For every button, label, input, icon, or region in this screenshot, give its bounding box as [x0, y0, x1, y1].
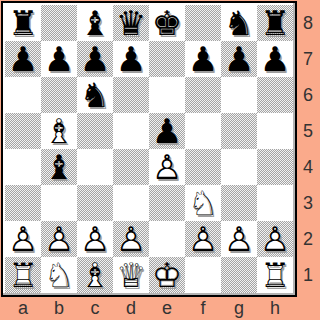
file-label-f: f	[185, 296, 221, 320]
square-e2[interactable]	[149, 221, 185, 257]
square-b1[interactable]: ♞︎♘︎	[41, 257, 77, 293]
piece-black-queen[interactable]: ♛︎	[113, 5, 149, 41]
piece-fill-glyph: ♟︎	[149, 149, 185, 185]
rank-label-2: 2	[297, 221, 319, 257]
square-h4[interactable]	[257, 149, 293, 185]
piece-white-knight[interactable]: ♞︎♘︎	[185, 185, 221, 221]
piece-glyph: ♟︎	[77, 41, 113, 77]
square-e8[interactable]: ♚︎	[149, 5, 185, 41]
square-a6[interactable]	[5, 77, 41, 113]
square-f5[interactable]	[185, 113, 221, 149]
piece-glyph: ♟︎	[113, 41, 149, 77]
piece-white-pawn[interactable]: ♟︎♙︎	[41, 221, 77, 257]
piece-black-pawn[interactable]: ♟︎	[5, 41, 41, 77]
piece-outline-glyph: ♗︎	[41, 113, 77, 149]
piece-outline-glyph: ♗︎	[77, 257, 113, 293]
piece-fill-glyph: ♟︎	[185, 221, 221, 257]
file-label-a: a	[5, 296, 41, 320]
square-c8[interactable]: ♝︎	[77, 5, 113, 41]
piece-black-pawn[interactable]: ♟︎	[113, 41, 149, 77]
square-f2[interactable]: ♟︎♙︎	[185, 221, 221, 257]
piece-outline-glyph: ♙︎	[149, 149, 185, 185]
file-label-g: g	[221, 296, 257, 320]
piece-black-rook[interactable]: ♜︎	[257, 5, 293, 41]
piece-black-bishop[interactable]: ♝︎	[41, 149, 77, 185]
square-g6[interactable]	[221, 77, 257, 113]
piece-glyph: ♚︎	[149, 5, 185, 41]
piece-white-queen[interactable]: ♛︎♕︎	[113, 257, 149, 293]
square-h5[interactable]	[257, 113, 293, 149]
piece-fill-glyph: ♜︎	[257, 257, 293, 293]
square-g1[interactable]	[221, 257, 257, 293]
piece-black-king[interactable]: ♚︎	[149, 5, 185, 41]
square-d5[interactable]	[113, 113, 149, 149]
square-h7[interactable]: ♟︎	[257, 41, 293, 77]
square-g2[interactable]: ♟︎♙︎	[221, 221, 257, 257]
square-c2[interactable]: ♟︎♙︎	[77, 221, 113, 257]
square-b3[interactable]	[41, 185, 77, 221]
square-h8[interactable]: ♜︎	[257, 5, 293, 41]
piece-black-pawn[interactable]: ♟︎	[221, 41, 257, 77]
square-d6[interactable]	[113, 77, 149, 113]
square-g3[interactable]	[221, 185, 257, 221]
piece-white-rook[interactable]: ♜︎♖︎	[5, 257, 41, 293]
piece-fill-glyph: ♞︎	[185, 185, 221, 221]
square-d3[interactable]	[113, 185, 149, 221]
piece-outline-glyph: ♙︎	[221, 221, 257, 257]
file-label-e: e	[149, 296, 185, 320]
piece-outline-glyph: ♙︎	[185, 221, 221, 257]
rank-label-7: 7	[297, 41, 319, 77]
piece-fill-glyph: ♚︎	[149, 257, 185, 293]
square-a3[interactable]	[5, 185, 41, 221]
square-f1[interactable]	[185, 257, 221, 293]
rank-label-1: 1	[297, 257, 319, 293]
square-b2[interactable]: ♟︎♙︎	[41, 221, 77, 257]
piece-glyph: ♟︎	[41, 41, 77, 77]
square-e1[interactable]: ♚︎♔︎	[149, 257, 185, 293]
piece-glyph: ♟︎	[5, 41, 41, 77]
file-labels: abcdefgh	[5, 296, 293, 320]
piece-fill-glyph: ♟︎	[41, 221, 77, 257]
square-d2[interactable]: ♟︎♙︎	[113, 221, 149, 257]
rank-labels: 87654321	[297, 5, 319, 293]
file-label-c: c	[77, 296, 113, 320]
piece-white-rook[interactable]: ♜︎♖︎	[257, 257, 293, 293]
piece-glyph: ♛︎	[113, 5, 149, 41]
piece-glyph: ♞︎	[221, 5, 257, 41]
square-a1[interactable]: ♜︎♖︎	[5, 257, 41, 293]
piece-outline-glyph: ♙︎	[41, 221, 77, 257]
piece-black-pawn[interactable]: ♟︎	[149, 113, 185, 149]
square-e6[interactable]	[149, 77, 185, 113]
file-label-h: h	[257, 296, 293, 320]
square-f6[interactable]	[185, 77, 221, 113]
piece-fill-glyph: ♛︎	[113, 257, 149, 293]
square-c4[interactable]	[77, 149, 113, 185]
square-e4[interactable]: ♟︎♙︎	[149, 149, 185, 185]
piece-white-pawn[interactable]: ♟︎♙︎	[185, 221, 221, 257]
piece-fill-glyph: ♝︎	[41, 113, 77, 149]
piece-white-pawn[interactable]: ♟︎♙︎	[149, 149, 185, 185]
piece-outline-glyph: ♖︎	[5, 257, 41, 293]
square-g8[interactable]: ♞︎	[221, 5, 257, 41]
square-c3[interactable]	[77, 185, 113, 221]
rank-label-3: 3	[297, 185, 319, 221]
piece-glyph: ♟︎	[257, 41, 293, 77]
piece-glyph: ♝︎	[41, 149, 77, 185]
piece-fill-glyph: ♜︎	[5, 257, 41, 293]
square-a2[interactable]: ♟︎♙︎	[5, 221, 41, 257]
square-a8[interactable]: ♜︎	[5, 5, 41, 41]
square-f8[interactable]	[185, 5, 221, 41]
square-h3[interactable]	[257, 185, 293, 221]
square-c6[interactable]: ♞︎	[77, 77, 113, 113]
piece-black-knight[interactable]: ♞︎	[77, 77, 113, 113]
square-f4[interactable]	[185, 149, 221, 185]
square-d8[interactable]: ♛︎	[113, 5, 149, 41]
piece-fill-glyph: ♟︎	[5, 221, 41, 257]
square-d4[interactable]	[113, 149, 149, 185]
piece-white-pawn[interactable]: ♟︎♙︎	[221, 221, 257, 257]
piece-black-pawn[interactable]: ♟︎	[185, 41, 221, 77]
square-d7[interactable]: ♟︎	[113, 41, 149, 77]
piece-black-pawn[interactable]: ♟︎	[41, 41, 77, 77]
piece-glyph: ♟︎	[149, 113, 185, 149]
piece-white-king[interactable]: ♚︎♔︎	[149, 257, 185, 293]
piece-glyph: ♝︎	[77, 5, 113, 41]
piece-white-pawn[interactable]: ♟︎♙︎	[113, 221, 149, 257]
square-b7[interactable]: ♟︎	[41, 41, 77, 77]
piece-outline-glyph: ♖︎	[257, 257, 293, 293]
piece-outline-glyph: ♙︎	[113, 221, 149, 257]
square-c7[interactable]: ♟︎	[77, 41, 113, 77]
square-e7[interactable]	[149, 41, 185, 77]
piece-fill-glyph: ♟︎	[77, 221, 113, 257]
square-b8[interactable]	[41, 5, 77, 41]
piece-glyph: ♞︎	[77, 77, 113, 113]
piece-outline-glyph: ♕︎	[113, 257, 149, 293]
piece-outline-glyph: ♙︎	[5, 221, 41, 257]
square-d1[interactable]: ♛︎♕︎	[113, 257, 149, 293]
square-c1[interactable]: ♝︎♗︎	[77, 257, 113, 293]
square-f7[interactable]: ♟︎	[185, 41, 221, 77]
piece-fill-glyph: ♟︎	[113, 221, 149, 257]
piece-white-pawn[interactable]: ♟︎♙︎	[257, 221, 293, 257]
piece-glyph: ♟︎	[185, 41, 221, 77]
piece-white-pawn[interactable]: ♟︎♙︎	[5, 221, 41, 257]
piece-white-bishop[interactable]: ♝︎♗︎	[77, 257, 113, 293]
square-g5[interactable]	[221, 113, 257, 149]
rank-label-5: 5	[297, 113, 319, 149]
square-c5[interactable]	[77, 113, 113, 149]
piece-outline-glyph: ♔︎	[149, 257, 185, 293]
file-label-b: b	[41, 296, 77, 320]
piece-fill-glyph: ♝︎	[77, 257, 113, 293]
piece-black-knight[interactable]: ♞︎	[221, 5, 257, 41]
rank-label-6: 6	[297, 77, 319, 113]
piece-black-pawn[interactable]: ♟︎	[257, 41, 293, 77]
piece-outline-glyph: ♘︎	[41, 257, 77, 293]
piece-fill-glyph: ♟︎	[257, 221, 293, 257]
piece-outline-glyph: ♙︎	[257, 221, 293, 257]
square-a4[interactable]	[5, 149, 41, 185]
square-e3[interactable]	[149, 185, 185, 221]
piece-outline-glyph: ♙︎	[77, 221, 113, 257]
square-b5[interactable]: ♝︎♗︎	[41, 113, 77, 149]
square-b4[interactable]: ♝︎	[41, 149, 77, 185]
piece-glyph: ♟︎	[221, 41, 257, 77]
chess-board-frame: ♜︎♝︎♛︎♚︎♞︎♜︎♟︎♟︎♟︎♟︎♟︎♟︎♟︎♞︎♝︎♗︎♟︎♝︎♟︎♙︎…	[1, 1, 297, 297]
square-a5[interactable]	[5, 113, 41, 149]
square-h6[interactable]	[257, 77, 293, 113]
rank-label-4: 4	[297, 149, 319, 185]
piece-glyph: ♜︎	[5, 5, 41, 41]
piece-black-pawn[interactable]: ♟︎	[77, 41, 113, 77]
piece-white-knight[interactable]: ♞︎♘︎	[41, 257, 77, 293]
piece-white-pawn[interactable]: ♟︎♙︎	[77, 221, 113, 257]
square-f3[interactable]: ♞︎♘︎	[185, 185, 221, 221]
piece-fill-glyph: ♟︎	[221, 221, 257, 257]
chess-board: ♜︎♝︎♛︎♚︎♞︎♜︎♟︎♟︎♟︎♟︎♟︎♟︎♟︎♞︎♝︎♗︎♟︎♝︎♟︎♙︎…	[5, 5, 293, 293]
rank-label-8: 8	[297, 5, 319, 41]
piece-fill-glyph: ♞︎	[41, 257, 77, 293]
square-b6[interactable]	[41, 77, 77, 113]
square-h1[interactable]: ♜︎♖︎	[257, 257, 293, 293]
piece-black-rook[interactable]: ♜︎	[5, 5, 41, 41]
file-label-d: d	[113, 296, 149, 320]
square-g7[interactable]: ♟︎	[221, 41, 257, 77]
piece-outline-glyph: ♘︎	[185, 185, 221, 221]
square-g4[interactable]	[221, 149, 257, 185]
piece-black-bishop[interactable]: ♝︎	[77, 5, 113, 41]
square-a7[interactable]: ♟︎	[5, 41, 41, 77]
square-h2[interactable]: ♟︎♙︎	[257, 221, 293, 257]
piece-glyph: ♜︎	[257, 5, 293, 41]
square-e5[interactable]: ♟︎	[149, 113, 185, 149]
piece-white-bishop[interactable]: ♝︎♗︎	[41, 113, 77, 149]
